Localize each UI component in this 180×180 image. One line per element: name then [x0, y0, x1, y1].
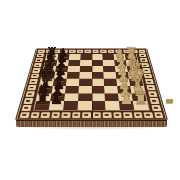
- piece-black-pawn[interactable]: ♟: [46, 92, 66, 107]
- frame-square: [133, 112, 142, 118]
- chess-set-photo: ♜♟♟♜♞♟♟♞♝♟♟♝♛♟♟♛♚♟♟♚♝♟♟♝♞♟♟♞♜♟♟♜: [0, 0, 180, 180]
- frame-square: [100, 50, 106, 53]
- frame-square: [51, 112, 60, 118]
- piece-white-rook[interactable]: ♜: [131, 90, 151, 107]
- square-e5[interactable]: [79, 79, 92, 86]
- frame-square: [61, 112, 70, 118]
- frame-square: [143, 112, 153, 118]
- frame-square: [113, 112, 122, 118]
- frame-square: [123, 112, 132, 118]
- square-h4[interactable]: [92, 101, 106, 110]
- square-e4[interactable]: [92, 79, 105, 86]
- frame-square: [92, 112, 100, 118]
- frame-square: [84, 50, 90, 53]
- frame-square: [82, 112, 90, 118]
- frame-square: [77, 50, 83, 53]
- frame-square: [40, 112, 49, 118]
- square-f4[interactable]: [92, 86, 105, 94]
- board-front-edge: [16, 120, 167, 127]
- frame-square: [154, 112, 164, 118]
- brass-clasp-icon: [166, 99, 173, 103]
- frame-square: [72, 112, 81, 118]
- square-g5[interactable]: [78, 93, 92, 101]
- square-f5[interactable]: [78, 86, 91, 94]
- frame-square: [150, 98, 160, 104]
- frame-square: [103, 112, 112, 118]
- board-scene: [0, 0, 180, 180]
- square-h5[interactable]: [77, 101, 91, 110]
- frame-square: [30, 112, 40, 118]
- frame-square: [20, 112, 30, 118]
- frame-square: [21, 105, 31, 111]
- frame-square: [92, 50, 98, 53]
- frame-square: [151, 105, 161, 111]
- square-g4[interactable]: [92, 93, 106, 101]
